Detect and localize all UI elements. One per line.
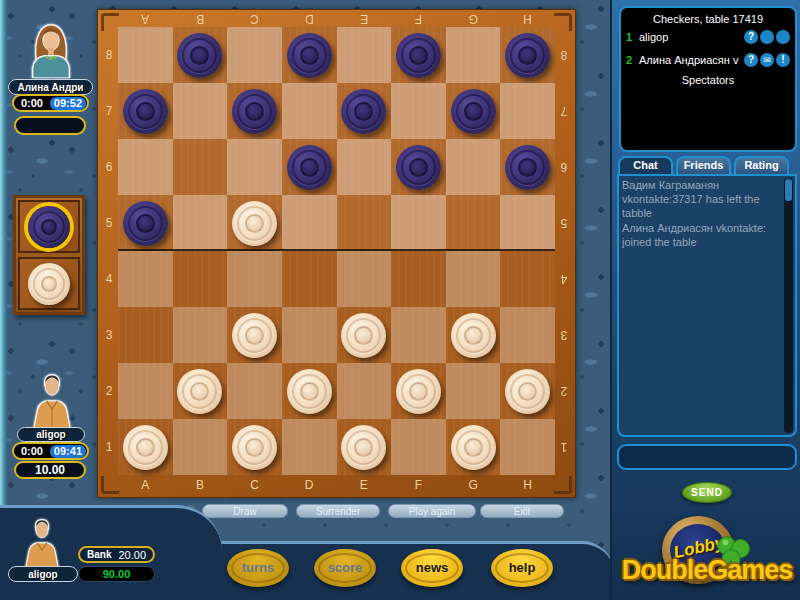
light-checker[interactable] (177, 369, 222, 414)
dark-checker[interactable] (396, 145, 441, 190)
dark-checker[interactable] (505, 33, 550, 78)
dark-checker[interactable] (177, 33, 222, 78)
dark-checker[interactable] (451, 89, 496, 134)
piece-tray (13, 195, 85, 315)
rank-label-left-2: 2 (100, 363, 118, 419)
square-g1[interactable] (446, 419, 501, 475)
square-d5[interactable] (282, 195, 337, 251)
bank-label: Bank (87, 549, 111, 560)
rank-label-right-4: 4 (555, 251, 573, 307)
file-label-top-c: C (227, 12, 282, 27)
square-f8[interactable] (391, 27, 446, 83)
square-e7[interactable] (337, 83, 392, 139)
file-label-bottom-b: B (173, 475, 228, 495)
rank-label-right-6: 6 (555, 139, 573, 195)
player-stake: 10.00 (14, 461, 86, 479)
chat-scrollbar[interactable] (784, 178, 793, 433)
square-f2[interactable] (391, 363, 446, 419)
square-g5[interactable] (446, 195, 501, 251)
file-label-top-f: F (391, 12, 446, 27)
seat-number: 1 (626, 31, 639, 43)
rank-label-right-3: 3 (555, 307, 573, 363)
rank-label-left-4: 4 (100, 251, 118, 307)
square-b8[interactable] (173, 27, 228, 83)
square-d2[interactable] (282, 363, 337, 419)
file-label-bottom-a: A (118, 475, 173, 495)
file-label-bottom-f: F (391, 475, 446, 495)
opponent-name: Алина Андри (8, 79, 93, 95)
score-button[interactable]: score (314, 549, 376, 587)
table-info-box: Checkers, table 17419 1 aligop ? 2 Алина… (619, 6, 797, 152)
square-a7[interactable] (118, 83, 173, 139)
square-f4[interactable] (391, 251, 446, 307)
rank-label-right-5: 5 (555, 195, 573, 251)
checkers-board: ABCDEFGH8877665544332211ABCDEFGH (97, 9, 576, 498)
player-avatar (25, 372, 79, 428)
light-checker[interactable] (28, 263, 70, 305)
opponent-avatar (22, 20, 80, 78)
square-e4[interactable] (337, 251, 392, 307)
opponent-bank-time: 09:52 (50, 97, 86, 110)
square-d4[interactable] (282, 251, 337, 307)
man-avatar-icon (18, 516, 66, 568)
square-f3[interactable] (391, 307, 446, 363)
player-row-name: Алина Андриасян v (639, 54, 744, 66)
square-e1[interactable] (337, 419, 392, 475)
player-name: aligop (17, 427, 85, 442)
dark-checker[interactable] (287, 145, 332, 190)
dark-checker[interactable] (287, 33, 332, 78)
light-checker[interactable] (232, 201, 277, 246)
turns-button[interactable]: turns (227, 549, 289, 587)
opponent-timer: 0:00 09:52 (12, 94, 89, 112)
square-c6[interactable] (227, 139, 282, 195)
rank-label-left-6: 6 (100, 139, 118, 195)
square-c3[interactable] (227, 307, 282, 363)
bottom-bar-player-name: aligop (8, 566, 78, 582)
file-label-bottom-g: G (446, 475, 501, 495)
board-corner-ornament (554, 13, 572, 31)
square-a5[interactable] (118, 195, 173, 251)
rank-label-left-3: 3 (100, 307, 118, 363)
rank-label-left-5: 5 (100, 195, 118, 251)
file-label-top-g: G (446, 12, 501, 27)
chat-scrollbar-thumb[interactable] (785, 179, 792, 201)
square-h3[interactable] (500, 307, 555, 363)
square-h7[interactable] (500, 83, 555, 139)
woman-avatar-icon (22, 20, 80, 78)
tray-dark-slot[interactable] (18, 200, 80, 253)
surrender-button[interactable]: Surrender (296, 504, 380, 518)
square-g6[interactable] (446, 139, 501, 195)
square-e6[interactable] (337, 139, 392, 195)
square-c1[interactable] (227, 419, 282, 475)
mail-icon[interactable]: ✉ (760, 53, 774, 67)
square-g2[interactable] (446, 363, 501, 419)
bank-value: 20.00 (118, 549, 146, 561)
square-c2[interactable] (227, 363, 282, 419)
dark-checker[interactable] (232, 89, 277, 134)
square-e3[interactable] (337, 307, 392, 363)
square-f6[interactable] (391, 139, 446, 195)
solid-icon[interactable] (760, 30, 774, 44)
square-g4[interactable] (446, 251, 501, 307)
send-button[interactable]: SEND (682, 482, 732, 503)
man-avatar-icon (25, 372, 79, 428)
light-checker[interactable] (451, 425, 496, 470)
dark-checker[interactable] (505, 145, 550, 190)
square-h1[interactable] (500, 419, 555, 475)
square-g3[interactable] (446, 307, 501, 363)
dark-checker[interactable] (396, 33, 441, 78)
doublegames-logo: DoubleGames (612, 555, 800, 586)
tab-chat[interactable]: Chat (618, 156, 673, 174)
board-corner-ornament (554, 476, 572, 494)
chat-input[interactable] (617, 444, 797, 470)
player-row-icons: ?✉! (744, 53, 790, 67)
square-h2[interactable] (500, 363, 555, 419)
dark-checker[interactable] (341, 89, 386, 134)
square-d3[interactable] (282, 307, 337, 363)
square-a6[interactable] (118, 139, 173, 195)
square-h8[interactable] (500, 27, 555, 83)
rank-label-right-8: 8 (555, 27, 573, 83)
square-a2[interactable] (118, 363, 173, 419)
square-f1[interactable] (391, 419, 446, 475)
rank-label-left-7: 7 (100, 83, 118, 139)
player-row-name: aligop (639, 31, 744, 43)
square-b2[interactable] (173, 363, 228, 419)
opponent-move-time: 0:00 (14, 97, 50, 109)
exclaim-icon[interactable]: ! (776, 53, 790, 67)
square-h4[interactable] (500, 251, 555, 307)
dark-checker[interactable] (123, 201, 168, 246)
square-d6[interactable] (282, 139, 337, 195)
square-c7[interactable] (227, 83, 282, 139)
board-corner-ornament (101, 13, 119, 31)
square-b5[interactable] (173, 195, 228, 251)
question-icon[interactable]: ? (744, 30, 758, 44)
player-move-time: 0:00 (14, 445, 50, 457)
table-title: Checkers, table 17419 (621, 13, 795, 25)
light-checker[interactable] (232, 425, 277, 470)
rank-label-right-2: 2 (555, 363, 573, 419)
board-grid: ABCDEFGH8877665544332211ABCDEFGH (100, 12, 573, 495)
file-label-bottom-c: C (227, 475, 282, 495)
light-checker[interactable] (341, 313, 386, 358)
square-e2[interactable] (337, 363, 392, 419)
seat-number: 2 (626, 54, 639, 66)
player-row-2: 2 Алина Андриасян v ?✉! (621, 48, 795, 71)
file-label-top-b: B (173, 12, 228, 27)
square-h6[interactable] (500, 139, 555, 195)
chat-message: Алина Андриасян vkontakte: joined the ta… (622, 221, 781, 249)
square-e8[interactable] (337, 27, 392, 83)
draw-button[interactable]: Draw (202, 504, 288, 518)
square-b3[interactable] (173, 307, 228, 363)
question-icon[interactable]: ? (744, 53, 758, 67)
file-label-top-d: D (282, 12, 337, 27)
square-c8[interactable] (227, 27, 282, 83)
exit-button[interactable]: Exit (480, 504, 564, 518)
chat-messages: Вадим Каграманян vkontakte:37317 has lef… (622, 178, 781, 433)
square-a3[interactable] (118, 307, 173, 363)
light-checker[interactable] (341, 425, 386, 470)
board-corner-ornament (101, 476, 119, 494)
file-label-top-e: E (337, 12, 392, 27)
chat-message: Вадим Каграманян vkontakte:37317 has lef… (622, 178, 781, 220)
light-checker[interactable] (451, 313, 496, 358)
bank-pill: Bank 20.00 (78, 546, 155, 563)
rank-label-left-8: 8 (100, 27, 118, 83)
light-checker[interactable] (287, 369, 332, 414)
opponent-stake-slot (14, 116, 86, 135)
player-row-1: 1 aligop ? (621, 25, 795, 48)
player-row-icons: ? (744, 30, 790, 44)
help-button[interactable]: help (491, 549, 553, 587)
light-checker[interactable] (396, 369, 441, 414)
rank-label-right-1: 1 (555, 419, 573, 475)
square-g8[interactable] (446, 27, 501, 83)
dark-checker[interactable] (123, 89, 168, 134)
square-h5[interactable] (500, 195, 555, 251)
rank-label-left-1: 1 (100, 419, 118, 475)
chat-box: Вадим Каграманян vkontakte:37317 has lef… (617, 174, 797, 437)
square-d7[interactable] (282, 83, 337, 139)
square-a1[interactable] (118, 419, 173, 475)
player-timer: 0:00 09:41 (12, 442, 89, 460)
news-button[interactable]: news (401, 549, 463, 587)
bottom-bar-avatar (18, 516, 66, 568)
file-label-bottom-d: D (282, 475, 337, 495)
file-label-top-a: A (118, 12, 173, 27)
square-d1[interactable] (282, 419, 337, 475)
square-b6[interactable] (173, 139, 228, 195)
square-e5[interactable] (337, 195, 392, 251)
file-label-bottom-e: E (337, 475, 392, 495)
square-b7[interactable] (173, 83, 228, 139)
right-panel: Checkers, table 17419 1 aligop ? 2 Алина… (610, 0, 800, 600)
square-d8[interactable] (282, 27, 337, 83)
square-c4[interactable] (227, 251, 282, 307)
square-a8[interactable] (118, 27, 173, 83)
rank-label-right-7: 7 (555, 83, 573, 139)
balance-value: 90.00 (78, 566, 155, 582)
solid-icon[interactable] (776, 30, 790, 44)
light-checker[interactable] (505, 369, 550, 414)
square-c5[interactable] (227, 195, 282, 251)
file-label-top-h: H (500, 12, 555, 27)
square-f5[interactable] (391, 195, 446, 251)
dark-checker-selected[interactable] (28, 206, 70, 248)
light-checker[interactable] (123, 425, 168, 470)
game-window: Алина Андри 0:00 09:52 aligop 0:00 09:41… (0, 0, 800, 600)
file-label-bottom-h: H (500, 475, 555, 495)
square-f7[interactable] (391, 83, 446, 139)
spectators-label: Spectators (621, 74, 795, 86)
tab-rating[interactable]: Rating (734, 156, 789, 174)
square-b4[interactable] (173, 251, 228, 307)
light-checker[interactable] (232, 313, 277, 358)
square-b1[interactable] (173, 419, 228, 475)
tab-friends[interactable]: Friends (676, 156, 731, 174)
play-again-button[interactable]: Play again (388, 504, 476, 518)
player-bank-time: 09:41 (50, 445, 86, 458)
left-edge-strip (0, 0, 7, 545)
tray-light-slot[interactable] (18, 257, 80, 310)
square-a4[interactable] (118, 251, 173, 307)
square-g7[interactable] (446, 83, 501, 139)
